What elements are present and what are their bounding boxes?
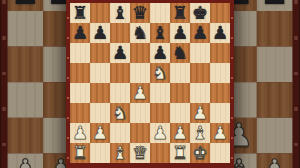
square-g6[interactable]	[190, 43, 210, 63]
piece-white-pawn: ♟	[170, 123, 190, 143]
piece-black-knight: ♞	[130, 23, 150, 43]
square-c1[interactable]: ♝	[110, 143, 130, 163]
square-e3[interactable]	[150, 103, 170, 123]
square-f3[interactable]	[170, 103, 190, 123]
square-d4[interactable]: ♟	[130, 83, 150, 103]
square-a6[interactable]	[70, 43, 90, 63]
square-a1[interactable]: ♜	[70, 143, 90, 163]
square-f2[interactable]: ♟	[170, 123, 190, 143]
square-a7: ♟	[8, 0, 44, 11]
square-a5	[8, 47, 44, 83]
video-frame: ♜♝♛♜♚♟♟♞♝♟♟♟♟♟♞♞♟♞♟♟♟♟♟♝♟♜♝♛♜♚ ♜♝♛♜♚♟♟♞♝…	[0, 0, 300, 168]
square-b1[interactable]	[90, 143, 110, 163]
piece-white-pawn: ♟	[90, 123, 110, 143]
square-f7[interactable]: ♟	[170, 23, 190, 43]
square-a3	[8, 118, 44, 154]
piece-black-rook: ♜	[70, 3, 90, 23]
square-c4[interactable]	[110, 83, 130, 103]
piece-black-bishop: ♝	[110, 3, 130, 23]
square-g2[interactable]: ♝	[190, 123, 210, 143]
square-d1[interactable]: ♛	[130, 143, 150, 163]
square-b6[interactable]	[90, 43, 110, 63]
square-a8[interactable]: ♜	[70, 3, 90, 23]
piece-white-pawn: ♟	[190, 103, 210, 123]
square-h2: ♟	[257, 153, 293, 168]
piece-white-pawn: ♟	[70, 123, 90, 143]
square-f8[interactable]: ♜	[170, 3, 190, 23]
square-g5[interactable]	[190, 63, 210, 83]
square-f4[interactable]	[170, 83, 190, 103]
square-g1[interactable]: ♚	[190, 143, 210, 163]
square-e5[interactable]: ♞	[150, 63, 170, 83]
square-h2[interactable]: ♟	[210, 123, 230, 143]
square-e6[interactable]: ♟	[150, 43, 170, 63]
piece-black-pawn: ♟	[110, 43, 130, 63]
square-f5[interactable]	[170, 63, 190, 83]
square-a6	[8, 11, 44, 47]
square-a4[interactable]	[70, 83, 90, 103]
square-d8[interactable]: ♛	[130, 3, 150, 23]
square-b7[interactable]: ♟	[90, 23, 110, 43]
square-e7[interactable]: ♝	[150, 23, 170, 43]
piece-white-bishop: ♝	[110, 143, 130, 163]
square-c8[interactable]: ♝	[110, 3, 130, 23]
piece-black-bishop: ♝	[150, 23, 170, 43]
piece-black-pawn: ♟	[70, 23, 90, 43]
piece-black-pawn: ♟	[257, 0, 293, 11]
piece-white-king: ♚	[190, 143, 210, 163]
square-d3[interactable]	[130, 103, 150, 123]
square-h7[interactable]: ♟	[210, 23, 230, 43]
square-b5[interactable]	[90, 63, 110, 83]
piece-white-queen: ♛	[130, 143, 150, 163]
square-c5[interactable]	[110, 63, 130, 83]
square-c2[interactable]	[110, 123, 130, 143]
square-d7[interactable]: ♞	[130, 23, 150, 43]
square-c3[interactable]: ♞	[110, 103, 130, 123]
piece-white-knight: ♞	[110, 103, 130, 123]
square-h7: ♟	[257, 0, 293, 11]
piece-white-rook: ♜	[170, 143, 190, 163]
square-c7[interactable]	[110, 23, 130, 43]
piece-white-rook: ♜	[70, 143, 90, 163]
square-h4[interactable]	[210, 83, 230, 103]
square-e2[interactable]: ♟	[150, 123, 170, 143]
square-h5[interactable]	[210, 63, 230, 83]
piece-black-pawn: ♟	[170, 23, 190, 43]
piece-white-pawn: ♟	[8, 153, 44, 168]
piece-black-pawn: ♟	[150, 43, 170, 63]
piece-black-queen: ♛	[130, 3, 150, 23]
square-h8[interactable]	[210, 3, 230, 23]
chess-board: ♜♝♛♜♚♟♟♞♝♟♟♟♟♟♞♞♟♞♟♟♟♟♟♝♟♜♝♛♜♚	[66, 0, 234, 168]
square-h3[interactable]	[210, 103, 230, 123]
square-h6	[257, 11, 293, 47]
square-e1[interactable]	[150, 143, 170, 163]
piece-black-rook: ♜	[170, 3, 190, 23]
square-a7[interactable]: ♟	[70, 23, 90, 43]
piece-white-bishop: ♝	[190, 123, 210, 143]
piece-white-pawn: ♟	[130, 83, 150, 103]
piece-black-pawn: ♟	[210, 23, 230, 43]
square-b8[interactable]	[90, 3, 110, 23]
square-g3[interactable]: ♟	[190, 103, 210, 123]
piece-black-pawn: ♟	[8, 0, 44, 11]
square-h1[interactable]	[210, 143, 230, 163]
square-h4	[257, 82, 293, 118]
board-grid: ♜♝♛♜♚♟♟♞♝♟♟♟♟♟♞♞♟♞♟♟♟♟♟♝♟♜♝♛♜♚	[70, 3, 230, 163]
piece-white-pawn: ♟	[257, 153, 293, 168]
piece-white-pawn: ♟	[150, 123, 170, 143]
piece-black-pawn: ♟	[190, 23, 210, 43]
square-b2[interactable]: ♟	[90, 123, 110, 143]
square-h3	[257, 118, 293, 154]
square-e8[interactable]	[150, 3, 170, 23]
square-d6[interactable]	[130, 43, 150, 63]
square-g4[interactable]	[190, 83, 210, 103]
square-b3[interactable]	[90, 103, 110, 123]
piece-white-pawn: ♟	[210, 123, 230, 143]
square-d5[interactable]	[130, 63, 150, 83]
square-g8[interactable]: ♚	[190, 3, 210, 23]
square-a2[interactable]: ♟	[70, 123, 90, 143]
square-b4[interactable]	[90, 83, 110, 103]
piece-black-knight: ♞	[170, 43, 190, 63]
square-c6[interactable]: ♟	[110, 43, 130, 63]
square-a2: ♟	[8, 153, 44, 168]
square-f6[interactable]: ♞	[170, 43, 190, 63]
square-e4[interactable]	[150, 83, 170, 103]
piece-black-king: ♚	[190, 3, 210, 23]
square-h5	[257, 47, 293, 83]
square-d2[interactable]	[130, 123, 150, 143]
square-h6[interactable]	[210, 43, 230, 63]
piece-white-knight: ♞	[150, 63, 170, 83]
square-a5[interactable]	[70, 63, 90, 83]
square-g7[interactable]: ♟	[190, 23, 210, 43]
piece-black-pawn: ♟	[90, 23, 110, 43]
square-a3[interactable]	[70, 103, 90, 123]
square-f1[interactable]: ♜	[170, 143, 190, 163]
square-a4	[8, 82, 44, 118]
